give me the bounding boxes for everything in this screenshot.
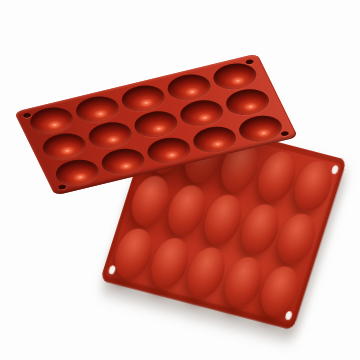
product-photo-scene bbox=[0, 0, 360, 360]
mold-cavity bbox=[188, 123, 241, 157]
mold-cavity bbox=[142, 134, 195, 168]
mold-cavity bbox=[117, 82, 170, 116]
mold-dome bbox=[255, 263, 304, 321]
mold-cavity bbox=[163, 71, 216, 105]
mold-dome bbox=[182, 244, 231, 302]
mold-cavity bbox=[222, 86, 275, 120]
mold-cavity bbox=[130, 108, 183, 142]
mold-cavity bbox=[71, 93, 124, 127]
corner-hole bbox=[284, 311, 293, 321]
mold-dome bbox=[272, 210, 321, 268]
mold-cavity bbox=[96, 145, 149, 179]
corner-hole bbox=[331, 165, 340, 175]
mold-dome bbox=[289, 157, 338, 215]
mold-cavity bbox=[38, 130, 91, 164]
mold-cavity bbox=[234, 112, 287, 146]
mold-dome bbox=[219, 253, 268, 311]
mold-dome bbox=[199, 191, 248, 249]
mold-cavity bbox=[209, 60, 262, 94]
mold-cavity bbox=[25, 104, 78, 138]
mold-cavity bbox=[84, 119, 137, 153]
mold-cavity bbox=[50, 156, 103, 190]
mold-cavity bbox=[176, 97, 229, 131]
